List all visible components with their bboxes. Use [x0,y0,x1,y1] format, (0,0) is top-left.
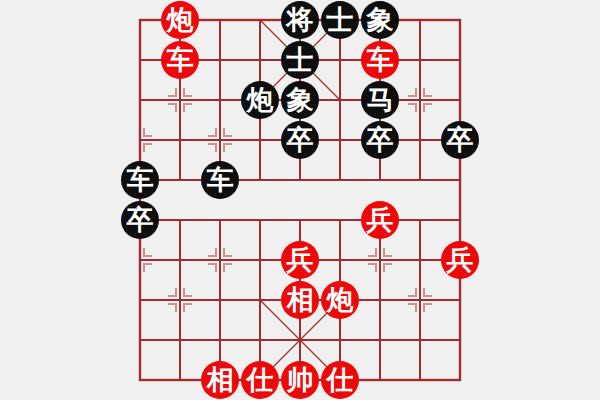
piece-black-elephant[interactable]: 象 [281,81,319,119]
piece-red-king[interactable]: 帅 [281,361,319,399]
piece-red-advisor[interactable]: 仕 [321,361,359,399]
board-intersection-grid[interactable]: 炮将士象车士车炮象马卒卒卒车车卒兵兵兵相炮相仕帅仕 [120,0,480,400]
piece-black-soldier[interactable]: 卒 [121,201,159,239]
piece-red-soldier[interactable]: 兵 [361,201,399,239]
piece-black-chariot[interactable]: 车 [201,161,239,199]
piece-red-cannon[interactable]: 炮 [161,1,199,39]
piece-black-elephant[interactable]: 象 [361,1,399,39]
piece-black-king[interactable]: 将 [281,1,319,39]
piece-black-soldier[interactable]: 卒 [441,121,479,159]
piece-red-elephant[interactable]: 相 [201,361,239,399]
piece-red-chariot[interactable]: 车 [161,41,199,79]
piece-red-soldier[interactable]: 兵 [441,241,479,279]
piece-black-advisor[interactable]: 士 [281,41,319,79]
piece-red-cannon[interactable]: 炮 [321,281,359,319]
xiangqi-board: 炮将士象车士车炮象马卒卒卒车车卒兵兵兵相炮相仕帅仕 [0,0,600,400]
piece-red-chariot[interactable]: 车 [361,41,399,79]
piece-black-horse[interactable]: 马 [361,81,399,119]
piece-black-chariot[interactable]: 车 [121,161,159,199]
piece-red-soldier[interactable]: 兵 [281,241,319,279]
piece-red-advisor[interactable]: 仕 [241,361,279,399]
piece-black-cannon[interactable]: 炮 [241,81,279,119]
piece-black-soldier[interactable]: 卒 [361,121,399,159]
piece-red-elephant[interactable]: 相 [281,281,319,319]
piece-black-soldier[interactable]: 卒 [281,121,319,159]
piece-black-advisor[interactable]: 士 [321,1,359,39]
